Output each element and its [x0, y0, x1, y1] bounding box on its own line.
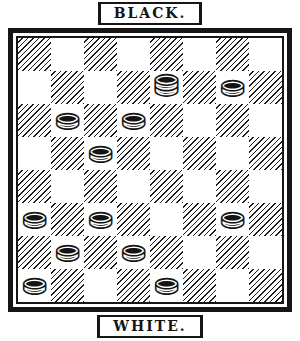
square-r6c3: ⛂	[84, 203, 117, 236]
square-r7c5	[150, 236, 183, 269]
black-man-piece: ⛂	[88, 136, 114, 169]
square-r8c3	[84, 269, 117, 302]
square-r1c3	[84, 38, 117, 71]
white-side-label: WHITE.	[97, 315, 202, 338]
black-man-piece: ⛂	[22, 268, 48, 301]
square-r6c5	[150, 203, 183, 236]
square-r8c5: ⛂	[150, 269, 183, 302]
square-r3c6	[183, 104, 216, 137]
black-side-label: BLACK.	[98, 2, 203, 25]
square-r3c1	[18, 104, 51, 137]
square-r7c6	[183, 236, 216, 269]
square-r8c8	[249, 269, 282, 302]
square-r8c2	[51, 269, 84, 302]
square-r3c5	[150, 104, 183, 137]
black-man-piece: ⛂	[55, 103, 81, 136]
square-r3c8	[249, 104, 282, 137]
square-r2c3	[84, 71, 117, 104]
square-r5c1	[18, 170, 51, 203]
square-r2c1	[18, 71, 51, 104]
square-r7c1	[18, 236, 51, 269]
square-r4c6	[183, 137, 216, 170]
square-r6c1: ⛂	[18, 203, 51, 236]
square-r4c7	[216, 137, 249, 170]
black-man-piece: ⛂	[220, 70, 246, 103]
square-r4c1	[18, 137, 51, 170]
square-r3c2: ⛂	[51, 104, 84, 137]
square-r1c1	[18, 38, 51, 71]
square-r2c5: ⛃	[150, 71, 183, 104]
black-man-piece: ⛂	[88, 202, 114, 235]
square-r4c2	[51, 137, 84, 170]
square-r5c6	[183, 170, 216, 203]
square-r7c7	[216, 236, 249, 269]
square-r7c3	[84, 236, 117, 269]
black-man-piece: ⛂	[154, 268, 180, 301]
square-r5c2	[51, 170, 84, 203]
square-r1c2	[51, 38, 84, 71]
square-r6c4	[117, 203, 150, 236]
square-r6c7: ⛂	[216, 203, 249, 236]
book-page: BLACK. ⛃⛂⛂⛂⛂⛂⛂⛂⛂⛂⛂⛂ WHITE.	[0, 0, 300, 341]
black-king-piece: ⛃	[153, 70, 180, 103]
square-r5c7	[216, 170, 249, 203]
black-man-piece: ⛂	[220, 202, 246, 235]
black-man-piece: ⛂	[121, 103, 147, 136]
square-r7c8	[249, 236, 282, 269]
square-r8c7	[216, 269, 249, 302]
square-r6c8	[249, 203, 282, 236]
square-r3c7	[216, 104, 249, 137]
square-r7c2: ⛂	[51, 236, 84, 269]
square-r6c6	[183, 203, 216, 236]
square-r8c1: ⛂	[18, 269, 51, 302]
square-r8c4	[117, 269, 150, 302]
square-r4c5	[150, 137, 183, 170]
square-r5c8	[249, 170, 282, 203]
black-man-piece: ⛂	[22, 202, 48, 235]
square-r2c6	[183, 71, 216, 104]
square-r4c3: ⛂	[84, 137, 117, 170]
black-man-piece: ⛂	[55, 235, 81, 268]
square-r3c3	[84, 104, 117, 137]
square-r1c7	[216, 38, 249, 71]
square-r1c8	[249, 38, 282, 71]
square-r2c8	[249, 71, 282, 104]
square-r5c4	[117, 170, 150, 203]
square-r5c3	[84, 170, 117, 203]
square-r2c7: ⛂	[216, 71, 249, 104]
square-r1c6	[183, 38, 216, 71]
square-r4c4	[117, 137, 150, 170]
square-r2c4	[117, 71, 150, 104]
checkers-board-frame: ⛃⛂⛂⛂⛂⛂⛂⛂⛂⛂⛂⛂	[8, 28, 292, 312]
square-r8c6	[183, 269, 216, 302]
checkers-board: ⛃⛂⛂⛂⛂⛂⛂⛂⛂⛂⛂⛂	[16, 36, 284, 304]
black-man-piece: ⛂	[121, 235, 147, 268]
square-r4c8	[249, 137, 282, 170]
square-r3c4: ⛂	[117, 104, 150, 137]
square-r6c2	[51, 203, 84, 236]
square-r1c4	[117, 38, 150, 71]
square-r7c4: ⛂	[117, 236, 150, 269]
square-r2c2	[51, 71, 84, 104]
square-r5c5	[150, 170, 183, 203]
